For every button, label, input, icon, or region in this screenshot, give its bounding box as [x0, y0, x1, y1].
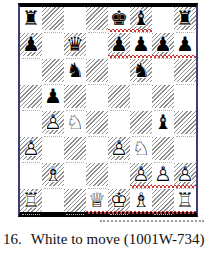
square-h7: ♟ [174, 33, 196, 56]
white-bishop: ♝♗ [42, 163, 64, 186]
white-pawn: ♟♙ [108, 137, 130, 160]
square-e4 [108, 111, 130, 134]
square-h4 [174, 111, 196, 134]
white-king: ♚♔ [108, 189, 130, 212]
square-a4 [20, 111, 42, 134]
square-e3: ♟♙ [108, 137, 130, 160]
white-pawn: ♟♙ [20, 137, 42, 160]
white-rook: ♜♖ [174, 189, 196, 212]
square-c7: ♛ [64, 33, 86, 56]
white-pawn: ♟♙ [130, 163, 152, 186]
square-f5 [130, 85, 152, 108]
square-f7: ♟ [130, 33, 152, 56]
white-pawn: ♟♙ [152, 163, 174, 186]
black-pawn: ♟ [130, 33, 152, 56]
square-c8 [64, 7, 86, 30]
square-d4 [86, 111, 108, 134]
white-bishop: ♝♗ [130, 189, 152, 212]
square-h2: ♟♙ [174, 163, 196, 186]
square-h1: ♜♖ [174, 189, 196, 212]
square-f4 [130, 111, 152, 134]
white-pawn: ♟♙ [42, 111, 64, 134]
caption-text: White to move (1001W-734) [31, 231, 205, 247]
square-c6: ♞ [64, 59, 86, 82]
square-f6: ♞ [130, 59, 152, 82]
black-rook: ♜ [174, 7, 196, 30]
square-a1: ♜♖ [20, 189, 42, 212]
square-g8 [152, 7, 174, 30]
black-pawn: ♟ [174, 33, 196, 56]
square-d2 [86, 163, 108, 186]
black-pawn: ♟ [108, 33, 130, 56]
black-bishop: ♝ [130, 7, 152, 30]
square-b8 [42, 7, 64, 30]
square-d3 [86, 137, 108, 160]
white-pawn: ♟♙ [174, 163, 196, 186]
black-rook: ♜ [20, 7, 42, 30]
caption-number: 16. [3, 231, 22, 247]
square-c2 [64, 163, 86, 186]
square-a2 [20, 163, 42, 186]
square-h3 [174, 137, 196, 160]
chess-board: ♜♚♝♜♟♛♟♟♟♟♞♞♟♟♙♞♘♝♟♙♟♙♞♘♝♗♟♙♟♙♟♙♜♖♛♕♚♔♝♗… [20, 7, 196, 212]
black-knight: ♞ [130, 59, 152, 82]
white-queen: ♛♕ [86, 189, 108, 212]
white-knight: ♞♘ [64, 111, 86, 134]
square-e8: ♚ [108, 7, 130, 30]
black-bishop: ♝ [152, 111, 174, 134]
square-b3 [42, 137, 64, 160]
square-e1: ♚♔ [108, 189, 130, 212]
square-c4: ♞♘ [64, 111, 86, 134]
square-g3 [152, 137, 174, 160]
black-king: ♚ [108, 7, 130, 30]
black-queen: ♛ [64, 33, 86, 56]
square-b4: ♟♙ [42, 111, 64, 134]
square-a7: ♟ [20, 33, 42, 56]
square-h6 [174, 59, 196, 82]
black-pawn: ♟ [42, 85, 64, 108]
black-knight: ♞ [64, 59, 86, 82]
spellcheck-squiggle [130, 185, 196, 189]
square-f1: ♝♗ [130, 189, 152, 212]
square-g1 [152, 189, 174, 212]
square-b1 [42, 189, 64, 212]
square-a5 [20, 85, 42, 108]
square-g2: ♟♙ [152, 163, 174, 186]
chess-board-frame: ♜♚♝♜♟♛♟♟♟♟♞♞♟♟♙♞♘♝♟♙♟♙♞♘♝♗♟♙♟♙♟♙♜♖♛♕♚♔♝♗… [18, 3, 198, 217]
square-d8 [86, 7, 108, 30]
spellcheck-squiggle [108, 29, 152, 33]
square-c3 [64, 137, 86, 160]
square-a8: ♜ [20, 7, 42, 30]
square-g4: ♝ [152, 111, 174, 134]
square-d6 [86, 59, 108, 82]
square-d7 [86, 33, 108, 56]
square-g7: ♟ [152, 33, 174, 56]
square-d1: ♛♕ [86, 189, 108, 212]
square-g6 [152, 59, 174, 82]
square-a6 [20, 59, 42, 82]
square-f3: ♞♘ [130, 137, 152, 160]
square-b6 [42, 59, 64, 82]
spellcheck-squiggle [86, 211, 196, 215]
square-b7 [42, 33, 64, 56]
caption: 16.White to move (1001W-734) [3, 231, 204, 248]
spellcheck-squiggle [108, 55, 196, 59]
square-d5 [86, 85, 108, 108]
square-h5 [174, 85, 196, 108]
square-b2: ♝♗ [42, 163, 64, 186]
white-rook: ♜♖ [20, 189, 42, 212]
square-f8: ♝ [130, 7, 152, 30]
square-b5: ♟ [42, 85, 64, 108]
black-pawn: ♟ [152, 33, 174, 56]
square-e5 [108, 85, 130, 108]
white-knight: ♞♘ [130, 137, 152, 160]
square-f2: ♟♙ [130, 163, 152, 186]
square-c1 [64, 189, 86, 212]
black-pawn: ♟ [20, 33, 42, 56]
square-e6 [108, 59, 130, 82]
square-e2 [108, 163, 130, 186]
square-h8: ♜ [174, 7, 196, 30]
square-c5 [64, 85, 86, 108]
square-e7: ♟ [108, 33, 130, 56]
page: ♜♚♝♜♟♛♟♟♟♟♞♞♟♟♙♞♘♝♟♙♟♙♞♘♝♗♟♙♟♙♟♙♜♖♛♕♚♔♝♗… [0, 0, 220, 257]
square-a3: ♟♙ [20, 137, 42, 160]
square-g5 [152, 85, 174, 108]
dotted-underline [100, 220, 204, 222]
